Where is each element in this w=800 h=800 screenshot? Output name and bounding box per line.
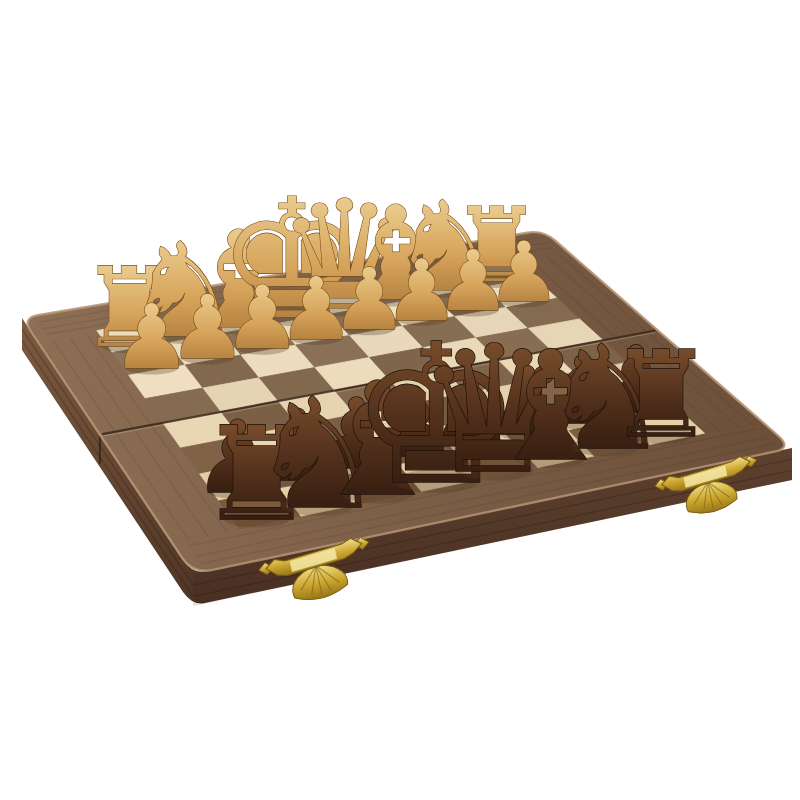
chessboard-photo: ♜♞♝♚♛♝♞♜♟♟♟♟♟♟♟♟♟♟♟♟♟♟♟♟♜♞♝♚♛♝♞♜	[0, 0, 800, 800]
piece-glyph: ♜	[608, 325, 715, 464]
piece-black-rook-a8: ♜	[608, 325, 715, 464]
product-photo-stage: ♜♞♝♚♛♝♞♜♟♟♟♟♟♟♟♟♟♟♟♟♟♟♟♟♜♞♝♚♛♝♞♜	[0, 0, 800, 800]
